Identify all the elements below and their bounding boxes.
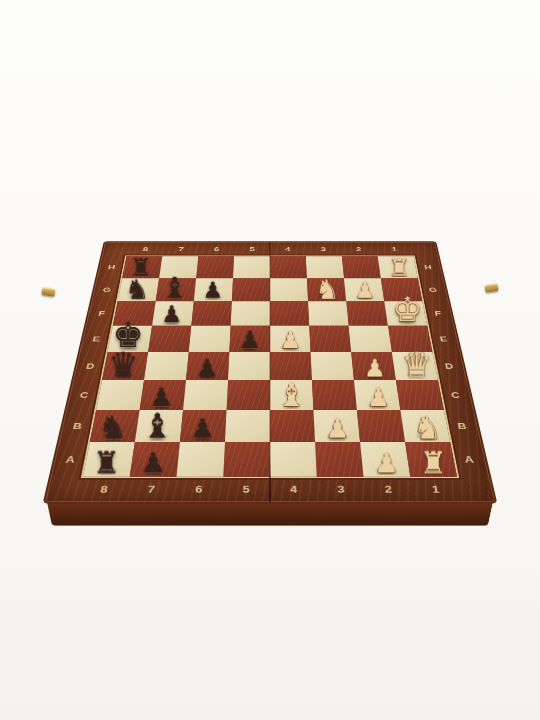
square-c4: ♝ (270, 380, 313, 410)
coord-label-rank-6: 6 (174, 477, 223, 502)
square-e1 (388, 326, 432, 352)
square-g8: ♞ (118, 278, 160, 301)
square-g5 (232, 278, 270, 301)
square-h1: ♜ (378, 256, 418, 278)
coord-label-rank-8: 8 (78, 477, 130, 502)
square-c7: ♟ (140, 380, 186, 410)
square-b5 (225, 410, 270, 442)
square-a3 (315, 442, 363, 477)
piece-white-bishop-c4: ♝ (270, 367, 313, 410)
coord-label-rank-1: 1 (376, 242, 414, 256)
brass-clasp-right (485, 283, 499, 293)
square-e6 (189, 326, 231, 352)
square-a2: ♟ (360, 442, 410, 477)
chess-board: 87654321 87654321 HGFEDCBA HGFEDCBA ♜♜♞♝… (45, 242, 495, 502)
square-e7 (148, 326, 191, 352)
coord-label-rank-7: 7 (162, 242, 199, 256)
square-g6: ♟ (194, 278, 233, 301)
coord-label-rank-3: 3 (317, 477, 366, 502)
square-a4 (270, 442, 317, 477)
square-f1: ♚ (384, 301, 427, 326)
square-g1 (381, 278, 423, 301)
square-c5 (227, 380, 270, 410)
square-b8: ♞ (90, 410, 140, 442)
square-d6: ♟ (186, 352, 229, 380)
square-c1 (396, 380, 444, 410)
square-h7 (159, 256, 198, 278)
coord-label-file-g: G (418, 278, 449, 301)
square-c3 (312, 380, 357, 410)
piece-white-pawn-c2: ♟ (357, 367, 400, 410)
brass-clasp-left (42, 287, 56, 297)
square-b2 (357, 410, 405, 442)
coord-label-rank-4: 4 (270, 477, 318, 502)
coord-label-file-b: B (59, 410, 96, 442)
coord-label-rank-1: 1 (410, 477, 462, 502)
square-f8 (113, 301, 156, 326)
square-b7: ♝ (135, 410, 183, 442)
square-g4 (270, 278, 308, 301)
piece-black-pawn-c7: ♟ (140, 367, 183, 410)
coord-label-file-e: E (80, 326, 113, 352)
square-b4 (270, 410, 315, 442)
coord-label-file-d: D (432, 352, 466, 380)
square-d3 (311, 352, 354, 380)
square-a5 (223, 442, 270, 477)
square-h5 (233, 256, 270, 278)
square-f7: ♟ (152, 301, 194, 326)
coord-label-rank-6: 6 (198, 242, 235, 256)
square-d7 (144, 352, 189, 380)
coord-label-file-f: F (422, 301, 454, 326)
square-h6 (196, 256, 234, 278)
square-e8: ♚ (108, 326, 152, 352)
coord-label-rank-5: 5 (234, 242, 270, 256)
coord-label-file-c: C (438, 380, 474, 410)
coord-label-rank-5: 5 (222, 477, 270, 502)
square-d1: ♛ (392, 352, 438, 380)
square-b6: ♟ (180, 410, 227, 442)
square-a7: ♟ (130, 442, 180, 477)
square-a1: ♜ (405, 442, 457, 477)
square-c6 (183, 380, 228, 410)
coord-label-rank-2: 2 (364, 477, 414, 502)
square-h2 (342, 256, 381, 278)
square-e3 (309, 326, 351, 352)
square-f4 (270, 301, 309, 326)
square-g3: ♞ (307, 278, 346, 301)
coord-label-rank-3: 3 (305, 242, 342, 256)
square-f2 (346, 301, 388, 326)
square-h8: ♜ (122, 256, 162, 278)
square-b3: ♟ (313, 410, 360, 442)
square-e4: ♟ (270, 326, 311, 352)
coord-label-file-b: B (444, 410, 481, 442)
square-a8: ♜ (83, 442, 135, 477)
square-d5 (228, 352, 270, 380)
square-g2: ♟ (344, 278, 384, 301)
square-f3 (308, 301, 349, 326)
square-b1: ♞ (400, 410, 450, 442)
square-f6 (191, 301, 232, 326)
coord-label-rank-8: 8 (126, 242, 164, 256)
coord-label-file-f: F (86, 301, 118, 326)
product-photo-scene: 87654321 87654321 HGFEDCBA HGFEDCBA ♜♜♞♝… (0, 0, 540, 720)
square-e5: ♟ (229, 326, 270, 352)
square-a6 (176, 442, 224, 477)
square-f5 (231, 301, 270, 326)
square-d4 (270, 352, 312, 380)
coord-label-rank-7: 7 (126, 477, 176, 502)
square-g7: ♝ (156, 278, 196, 301)
coord-label-file-e: E (427, 326, 460, 352)
coord-label-file-h: H (97, 256, 127, 278)
coord-label-rank-4: 4 (270, 242, 306, 256)
coord-label-file-g: G (91, 278, 122, 301)
coord-label-rank-2: 2 (340, 242, 377, 256)
coord-label-file-h: H (414, 256, 444, 278)
coord-label-file-c: C (66, 380, 102, 410)
square-h4 (270, 256, 307, 278)
square-c2: ♟ (354, 380, 400, 410)
square-c8 (96, 380, 144, 410)
square-e2 (349, 326, 392, 352)
square-d2: ♟ (351, 352, 396, 380)
square-h3 (306, 256, 344, 278)
square-d8: ♛ (102, 352, 148, 380)
